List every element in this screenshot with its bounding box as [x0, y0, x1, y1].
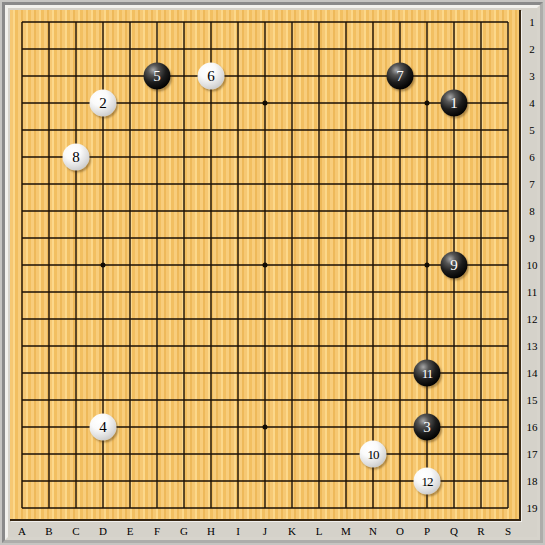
column-label-F: F — [154, 526, 160, 537]
row-label-15: 15 — [527, 395, 538, 406]
column-label-C: C — [72, 526, 79, 537]
row-label-17: 17 — [527, 449, 538, 460]
row-label-14: 14 — [527, 368, 538, 379]
row-label-1: 1 — [529, 17, 535, 28]
row-label-16: 16 — [527, 422, 538, 433]
column-label-N: N — [369, 526, 377, 537]
column-label-R: R — [477, 526, 484, 537]
row-label-13: 13 — [527, 341, 538, 352]
column-label-M: M — [341, 526, 351, 537]
row-label-2: 2 — [529, 44, 535, 55]
column-label-B: B — [45, 526, 52, 537]
column-label-D: D — [99, 526, 107, 537]
column-label-J: J — [263, 526, 267, 537]
row-label-4: 4 — [529, 98, 535, 109]
row-label-11: 11 — [527, 287, 538, 298]
column-label-K: K — [288, 526, 296, 537]
column-label-E: E — [127, 526, 134, 537]
goban[interactable] — [10, 10, 521, 521]
window-frame: 123456789101112 ABCDEFGHIJKLMNOPQRS 1234… — [0, 0, 545, 545]
row-label-10: 10 — [527, 260, 538, 271]
row-label-18: 18 — [527, 476, 538, 487]
row-label-6: 6 — [529, 152, 535, 163]
column-label-S: S — [505, 526, 511, 537]
column-label-A: A — [18, 526, 26, 537]
column-label-O: O — [396, 526, 404, 537]
column-label-Q: Q — [450, 526, 458, 537]
row-label-9: 9 — [529, 233, 535, 244]
column-label-I: I — [236, 526, 240, 537]
row-label-19: 19 — [527, 503, 538, 514]
row-label-12: 12 — [527, 314, 538, 325]
column-label-P: P — [424, 526, 430, 537]
row-label-3: 3 — [529, 71, 535, 82]
column-label-G: G — [180, 526, 188, 537]
row-label-8: 8 — [529, 206, 535, 217]
column-label-H: H — [207, 526, 215, 537]
row-label-5: 5 — [529, 125, 535, 136]
row-label-7: 7 — [529, 179, 535, 190]
grid-lines — [10, 10, 519, 519]
column-label-L: L — [316, 526, 323, 537]
